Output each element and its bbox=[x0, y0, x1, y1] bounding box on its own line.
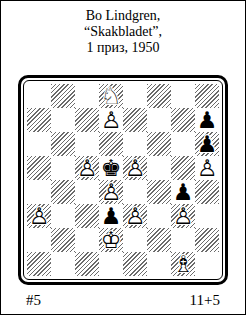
square-c5: ♟♙ bbox=[75, 156, 99, 180]
square-b7 bbox=[51, 108, 75, 132]
square-e7 bbox=[123, 108, 147, 132]
square-g1: ♝♗ bbox=[171, 252, 195, 276]
problem-diagram-page: Bo Lindgren, “Skakbladet”, 1 приз, 1950 … bbox=[0, 0, 246, 315]
square-a7 bbox=[27, 108, 51, 132]
square-f7 bbox=[147, 108, 171, 132]
square-d3: ♟♟ bbox=[99, 204, 123, 228]
square-h3 bbox=[195, 204, 219, 228]
square-c3 bbox=[75, 204, 99, 228]
square-d2: ♚♔ bbox=[99, 228, 123, 252]
board-frame-inner: ♞♘♟♙♟♟♟♟♟♙♚♚♟♙♟♙♟♙♟♟♟♙♟♟♟♙♟♙♚♔♝♗ bbox=[23, 80, 223, 280]
white-pawn-g3: ♟♙ bbox=[171, 204, 195, 228]
square-f6 bbox=[147, 132, 171, 156]
square-a4 bbox=[27, 180, 51, 204]
square-a2 bbox=[27, 228, 51, 252]
square-h7: ♟♟ bbox=[195, 108, 219, 132]
board-grid: ♞♘♟♙♟♟♟♟♟♙♚♚♟♙♟♙♟♙♟♟♟♙♟♟♟♙♟♙♚♔♝♗ bbox=[27, 84, 219, 276]
square-g2 bbox=[171, 228, 195, 252]
square-h4 bbox=[195, 180, 219, 204]
black-pawn-h6: ♟♟ bbox=[195, 132, 219, 156]
square-e2 bbox=[123, 228, 147, 252]
stipulation-label: #5 bbox=[26, 291, 41, 309]
square-b8 bbox=[51, 84, 75, 108]
white-king-d2: ♚♔ bbox=[99, 228, 123, 252]
square-a6 bbox=[27, 132, 51, 156]
square-h1 bbox=[195, 252, 219, 276]
square-g3: ♟♙ bbox=[171, 204, 195, 228]
square-e6 bbox=[123, 132, 147, 156]
white-knight-d8: ♞♘ bbox=[99, 84, 123, 108]
diagram-caption: #5 11+5 bbox=[1, 291, 245, 309]
square-d1 bbox=[99, 252, 123, 276]
white-pawn-e5: ♟♙ bbox=[123, 156, 147, 180]
square-f8 bbox=[147, 84, 171, 108]
square-e3: ♟♙ bbox=[123, 204, 147, 228]
award-line: 1 приз, 1950 bbox=[1, 40, 245, 56]
square-b6 bbox=[51, 132, 75, 156]
square-e4 bbox=[123, 180, 147, 204]
black-pawn-d3: ♟♟ bbox=[99, 204, 123, 228]
black-king-d5: ♚♚ bbox=[99, 156, 123, 180]
square-g7 bbox=[171, 108, 195, 132]
square-g5 bbox=[171, 156, 195, 180]
square-d7: ♟♙ bbox=[99, 108, 123, 132]
square-a8 bbox=[27, 84, 51, 108]
square-f2 bbox=[147, 228, 171, 252]
square-b4 bbox=[51, 180, 75, 204]
white-pawn-e3: ♟♙ bbox=[123, 204, 147, 228]
square-g4: ♟♟ bbox=[171, 180, 195, 204]
square-e1 bbox=[123, 252, 147, 276]
square-g6 bbox=[171, 132, 195, 156]
square-b5 bbox=[51, 156, 75, 180]
square-c7 bbox=[75, 108, 99, 132]
square-e5: ♟♙ bbox=[123, 156, 147, 180]
problem-header: Bo Lindgren, “Skakbladet”, 1 приз, 1950 bbox=[1, 8, 245, 56]
source-line: “Skakbladet”, bbox=[1, 24, 245, 40]
black-pawn-h7: ♟♟ bbox=[195, 108, 219, 132]
square-f3 bbox=[147, 204, 171, 228]
white-pawn-d4: ♟♙ bbox=[99, 180, 123, 204]
square-c6 bbox=[75, 132, 99, 156]
square-h5: ♟♙ bbox=[195, 156, 219, 180]
board-frame-outer: ♞♘♟♙♟♟♟♟♟♙♚♚♟♙♟♙♟♙♟♟♟♙♟♟♟♙♟♙♚♔♝♗ bbox=[18, 75, 228, 285]
white-pawn-a3: ♟♙ bbox=[27, 204, 51, 228]
square-c4 bbox=[75, 180, 99, 204]
black-pawn-g4: ♟♟ bbox=[171, 180, 195, 204]
square-c2 bbox=[75, 228, 99, 252]
square-d8: ♞♘ bbox=[99, 84, 123, 108]
material-count-label: 11+5 bbox=[190, 291, 220, 309]
white-bishop-g1: ♝♗ bbox=[171, 252, 195, 276]
square-f1 bbox=[147, 252, 171, 276]
square-c1 bbox=[75, 252, 99, 276]
square-f5 bbox=[147, 156, 171, 180]
square-d4: ♟♙ bbox=[99, 180, 123, 204]
square-a5 bbox=[27, 156, 51, 180]
square-d6 bbox=[99, 132, 123, 156]
square-h6: ♟♟ bbox=[195, 132, 219, 156]
white-pawn-h5: ♟♙ bbox=[195, 156, 219, 180]
square-b2 bbox=[51, 228, 75, 252]
square-h2 bbox=[195, 228, 219, 252]
square-d5: ♚♚ bbox=[99, 156, 123, 180]
square-h8 bbox=[195, 84, 219, 108]
white-pawn-d7: ♟♙ bbox=[99, 108, 123, 132]
square-f4 bbox=[147, 180, 171, 204]
square-b3 bbox=[51, 204, 75, 228]
square-c8 bbox=[75, 84, 99, 108]
square-b1 bbox=[51, 252, 75, 276]
white-pawn-c5: ♟♙ bbox=[75, 156, 99, 180]
author-line: Bo Lindgren, bbox=[1, 8, 245, 24]
square-a1 bbox=[27, 252, 51, 276]
square-e8 bbox=[123, 84, 147, 108]
square-a3: ♟♙ bbox=[27, 204, 51, 228]
square-g8 bbox=[171, 84, 195, 108]
